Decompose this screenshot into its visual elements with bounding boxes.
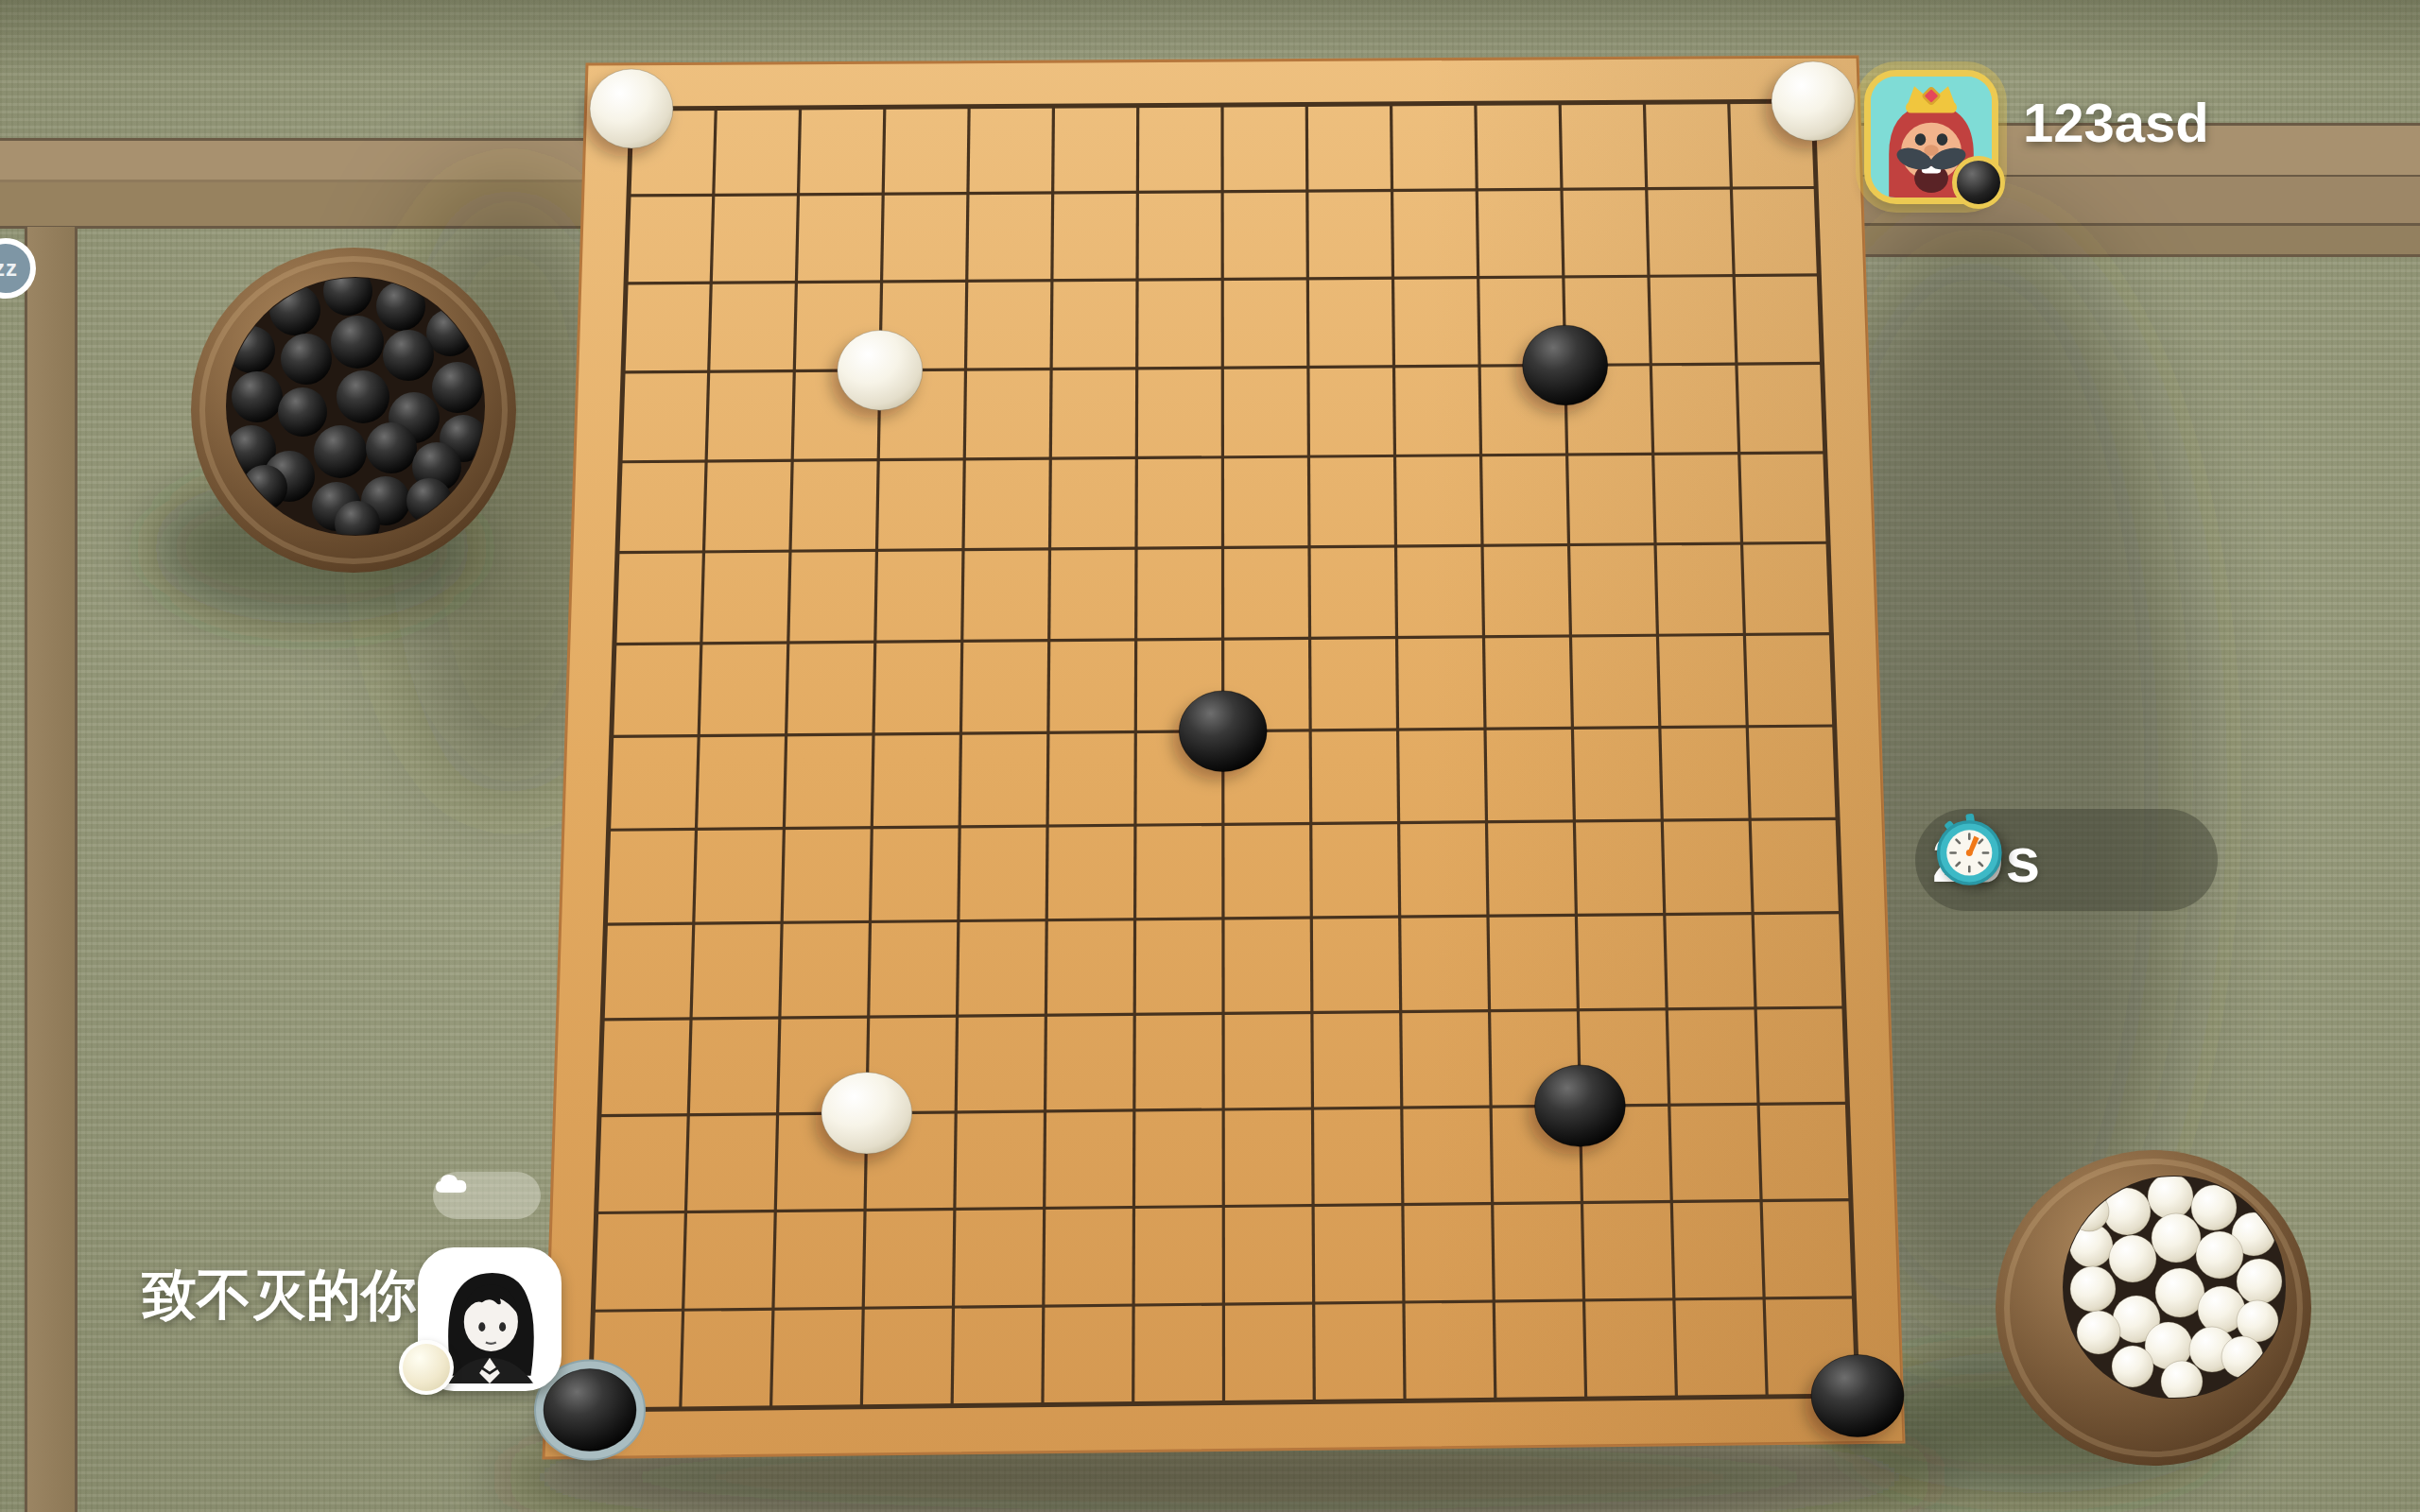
stopwatch-icon [1930,809,2012,890]
stone-white [821,1073,912,1154]
stone-white [590,69,673,148]
player-bottom-name: 致不灭的你 [142,1259,416,1332]
stone-black [1523,325,1608,405]
black-stone-bowl [191,248,516,573]
bowl-stone-black [331,316,384,369]
player-top-name: 123asd [2023,91,2209,154]
bowl-stone-white [2237,1259,2282,1304]
bowl-stone-black [281,334,332,385]
bowl-stone-black [383,330,434,381]
player-bottom-avatar[interactable] [418,1247,562,1391]
player-bottom-stone-color-badge [399,1340,454,1395]
player-top-stone-color-badge [1952,156,2005,209]
bowl-stone-white [2196,1231,2243,1279]
player-top-avatar[interactable] [1864,70,1998,204]
stone-white [838,331,923,411]
bowl-stone-white [2070,1266,2116,1312]
bowl-stone-black [337,370,389,423]
bowl-stone-black [366,422,417,473]
bowl-stone-white [2237,1300,2278,1342]
bowl-stone-white [2152,1213,2201,1263]
bowl-stone-white [2191,1185,2237,1230]
stone-black [544,1369,636,1452]
stone-black [1179,691,1267,771]
sleep-status-text: zz [0,255,18,282]
stone-black [1811,1355,1904,1437]
turn-timer-chip: 29s [1915,809,2218,911]
bowl-stone-black [278,387,327,437]
white-stone-bowl [1996,1150,2311,1466]
stone-black [1535,1065,1626,1146]
bowl-stone-white [2155,1268,2204,1317]
game-scene: 29s 123asd 致不灭的你 [0,0,2420,1512]
bowl-stone-white [2148,1174,2193,1219]
emote-bubble[interactable] [433,1172,541,1219]
bowl-stone-black [314,425,367,478]
stone-white [1772,61,1855,141]
bowl-stone-black [232,371,283,422]
cloud-icon [433,1172,471,1196]
bowl-stone-white [2112,1346,2153,1387]
bowl-stone-white [2109,1235,2156,1282]
bowl-stone-black [432,362,483,413]
bowl-stone-white [2077,1311,2120,1354]
